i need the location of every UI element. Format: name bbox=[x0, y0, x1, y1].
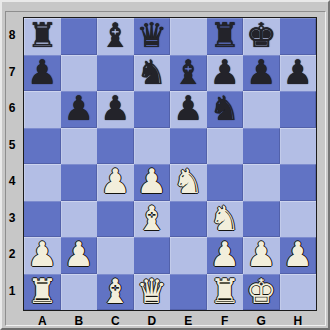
piece-white-queen[interactable]: ♛ bbox=[137, 274, 167, 308]
piece-black-pawn[interactable]: ♟ bbox=[173, 91, 203, 125]
piece-black-bishop[interactable]: ♝ bbox=[173, 55, 203, 89]
file-label-H: H bbox=[280, 313, 317, 329]
piece-white-pawn[interactable]: ♟ bbox=[27, 237, 57, 271]
square-d2[interactable] bbox=[134, 237, 171, 274]
square-e4[interactable]: ♞ bbox=[170, 164, 207, 201]
square-d7[interactable]: ♞ bbox=[134, 55, 171, 92]
piece-white-pawn[interactable]: ♟ bbox=[100, 164, 130, 198]
rank-label-8: 8 bbox=[4, 17, 20, 54]
square-b6[interactable]: ♟ bbox=[61, 91, 98, 128]
square-g7[interactable]: ♟ bbox=[243, 55, 280, 92]
square-a3[interactable] bbox=[24, 201, 61, 238]
square-e5[interactable] bbox=[170, 128, 207, 165]
square-d8[interactable]: ♛ bbox=[134, 18, 171, 55]
piece-black-knight[interactable]: ♞ bbox=[137, 55, 167, 89]
square-d1[interactable]: ♛ bbox=[134, 274, 171, 311]
square-f1[interactable]: ♜ bbox=[207, 274, 244, 311]
square-g4[interactable] bbox=[243, 164, 280, 201]
rank-label-6: 6 bbox=[4, 90, 20, 127]
square-e6[interactable]: ♟ bbox=[170, 91, 207, 128]
square-h6[interactable] bbox=[280, 91, 317, 128]
square-e2[interactable] bbox=[170, 237, 207, 274]
piece-white-pawn[interactable]: ♟ bbox=[137, 164, 167, 198]
piece-black-knight[interactable]: ♞ bbox=[210, 91, 240, 125]
rank-label-2: 2 bbox=[4, 236, 20, 273]
file-label-C: C bbox=[97, 313, 134, 329]
square-b2[interactable]: ♟ bbox=[61, 237, 98, 274]
file-label-F: F bbox=[207, 313, 244, 329]
square-f5[interactable] bbox=[207, 128, 244, 165]
square-b5[interactable] bbox=[61, 128, 98, 165]
piece-black-pawn[interactable]: ♟ bbox=[100, 91, 130, 125]
square-f4[interactable] bbox=[207, 164, 244, 201]
piece-black-bishop[interactable]: ♝ bbox=[100, 18, 130, 52]
piece-black-rook[interactable]: ♜ bbox=[210, 18, 240, 52]
piece-black-pawn[interactable]: ♟ bbox=[210, 55, 240, 89]
piece-white-rook[interactable]: ♜ bbox=[210, 274, 240, 308]
square-g1[interactable]: ♚ bbox=[243, 274, 280, 311]
file-label-B: B bbox=[61, 313, 98, 329]
file-label-A: A bbox=[24, 313, 61, 329]
square-g8[interactable]: ♚ bbox=[243, 18, 280, 55]
square-d5[interactable] bbox=[134, 128, 171, 165]
square-g3[interactable] bbox=[243, 201, 280, 238]
square-c3[interactable] bbox=[97, 201, 134, 238]
square-h5[interactable] bbox=[280, 128, 317, 165]
piece-white-rook[interactable]: ♜ bbox=[27, 274, 57, 308]
square-a4[interactable] bbox=[24, 164, 61, 201]
piece-black-rook[interactable]: ♜ bbox=[27, 18, 57, 52]
square-e8[interactable] bbox=[170, 18, 207, 55]
file-label-G: G bbox=[243, 313, 280, 329]
rank-label-4: 4 bbox=[4, 163, 20, 200]
piece-black-queen[interactable]: ♛ bbox=[137, 18, 167, 52]
square-f2[interactable]: ♟ bbox=[207, 237, 244, 274]
square-b3[interactable] bbox=[61, 201, 98, 238]
square-b1[interactable] bbox=[61, 274, 98, 311]
square-g2[interactable]: ♟ bbox=[243, 237, 280, 274]
rank-label-7: 7 bbox=[4, 54, 20, 91]
chess-board[interactable]: ♜♝♛♜♚♟♞♝♟♟♟♟♟♟♞♟♟♞♝♞♟♟♟♟♟♜♝♛♜♚ bbox=[23, 17, 317, 311]
square-a7[interactable]: ♟ bbox=[24, 55, 61, 92]
square-c1[interactable]: ♝ bbox=[97, 274, 134, 311]
square-a2[interactable]: ♟ bbox=[24, 237, 61, 274]
square-a8[interactable]: ♜ bbox=[24, 18, 61, 55]
square-b8[interactable] bbox=[61, 18, 98, 55]
file-label-D: D bbox=[134, 313, 171, 329]
square-e1[interactable] bbox=[170, 274, 207, 311]
square-c8[interactable]: ♝ bbox=[97, 18, 134, 55]
square-f8[interactable]: ♜ bbox=[207, 18, 244, 55]
rank-label-5: 5 bbox=[4, 127, 20, 164]
piece-black-king[interactable]: ♚ bbox=[246, 18, 276, 52]
square-b7[interactable] bbox=[61, 55, 98, 92]
piece-white-knight[interactable]: ♞ bbox=[173, 164, 203, 198]
file-label-E: E bbox=[170, 313, 207, 329]
square-h2[interactable]: ♟ bbox=[280, 237, 317, 274]
piece-white-king[interactable]: ♚ bbox=[246, 274, 276, 308]
square-h3[interactable] bbox=[280, 201, 317, 238]
square-c7[interactable] bbox=[97, 55, 134, 92]
square-g5[interactable] bbox=[243, 128, 280, 165]
square-d6[interactable] bbox=[134, 91, 171, 128]
square-f3[interactable]: ♞ bbox=[207, 201, 244, 238]
piece-white-pawn[interactable]: ♟ bbox=[64, 237, 94, 271]
piece-white-pawn[interactable]: ♟ bbox=[210, 237, 240, 271]
piece-white-knight[interactable]: ♞ bbox=[210, 201, 240, 235]
square-e3[interactable] bbox=[170, 201, 207, 238]
piece-black-pawn[interactable]: ♟ bbox=[27, 55, 57, 89]
square-c2[interactable] bbox=[97, 237, 134, 274]
square-e7[interactable]: ♝ bbox=[170, 55, 207, 92]
square-h1[interactable] bbox=[280, 274, 317, 311]
square-c4[interactable]: ♟ bbox=[97, 164, 134, 201]
rank-label-3: 3 bbox=[4, 200, 20, 237]
piece-white-pawn[interactable]: ♟ bbox=[246, 237, 276, 271]
square-h7[interactable]: ♟ bbox=[280, 55, 317, 92]
square-g6[interactable] bbox=[243, 91, 280, 128]
square-a1[interactable]: ♜ bbox=[24, 274, 61, 311]
square-a5[interactable] bbox=[24, 128, 61, 165]
piece-white-pawn[interactable]: ♟ bbox=[283, 237, 313, 271]
piece-white-bishop[interactable]: ♝ bbox=[137, 201, 167, 235]
square-h4[interactable] bbox=[280, 164, 317, 201]
square-d3[interactable]: ♝ bbox=[134, 201, 171, 238]
square-f7[interactable]: ♟ bbox=[207, 55, 244, 92]
rank-label-1: 1 bbox=[4, 273, 20, 310]
chess-diagram-window: ♜♝♛♜♚♟♞♝♟♟♟♟♟♟♞♟♟♞♝♞♟♟♟♟♟♜♝♛♜♚ 87654321A… bbox=[0, 0, 330, 330]
piece-white-bishop[interactable]: ♝ bbox=[100, 274, 130, 308]
square-f6[interactable]: ♞ bbox=[207, 91, 244, 128]
piece-black-pawn[interactable]: ♟ bbox=[283, 55, 313, 89]
piece-black-pawn[interactable]: ♟ bbox=[64, 91, 94, 125]
square-c6[interactable]: ♟ bbox=[97, 91, 134, 128]
square-b4[interactable] bbox=[61, 164, 98, 201]
piece-black-pawn[interactable]: ♟ bbox=[246, 55, 276, 89]
square-h8[interactable] bbox=[280, 18, 317, 55]
square-a6[interactable] bbox=[24, 91, 61, 128]
square-d4[interactable]: ♟ bbox=[134, 164, 171, 201]
square-c5[interactable] bbox=[97, 128, 134, 165]
